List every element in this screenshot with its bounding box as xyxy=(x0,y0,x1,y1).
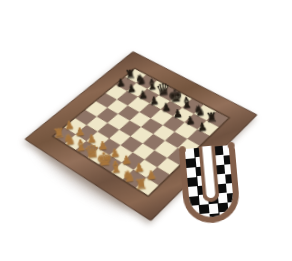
black-pawn: ♟ xyxy=(179,114,202,127)
white-pawn: ♟ xyxy=(58,118,81,131)
chess-checkerboard-clip xyxy=(179,145,241,226)
chess-set-product-photo: ♜♞♝♛♚♝♞♜♟♟♟♟♟♟♟♟♟♟♟♟♟♟♟♟♜♞♝♛♚♝♞♜ xyxy=(0,0,292,261)
square-d5 xyxy=(129,112,151,127)
square-f5 xyxy=(153,125,175,141)
white-rook: ♜ xyxy=(47,125,70,140)
black-rook: ♜ xyxy=(200,109,223,124)
